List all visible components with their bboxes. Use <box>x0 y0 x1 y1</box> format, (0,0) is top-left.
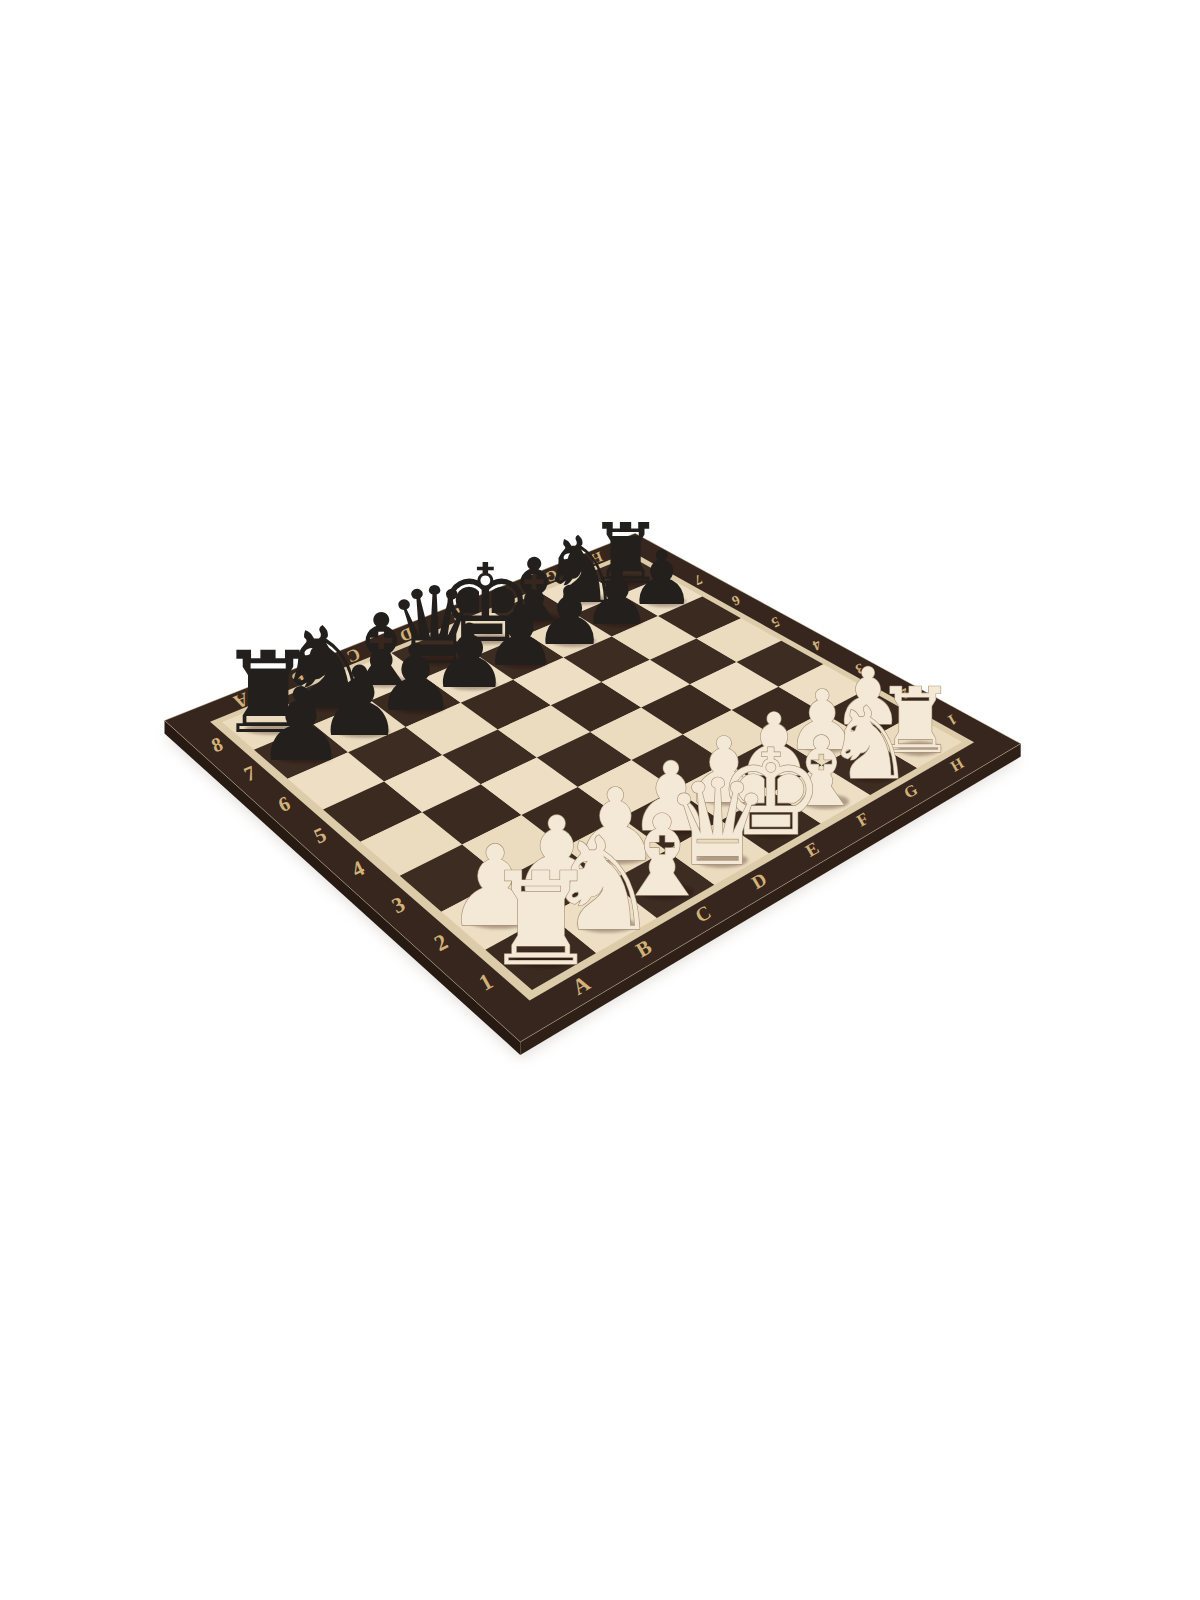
piece-white-rook-a1[interactable]: ♜︎ <box>483 845 598 994</box>
piece-black-pawn-a7[interactable]: ♟︎ <box>256 666 347 784</box>
chessboard-photo: 88AA77BB66CC55DD44EE33FF22GG11HH♜︎♞︎♟︎♝︎… <box>0 0 1200 1600</box>
product-photo-stage: 88AA77BB66CC55DD44EE33FF22GG11HH♜︎♞︎♟︎♝︎… <box>0 0 1200 1600</box>
